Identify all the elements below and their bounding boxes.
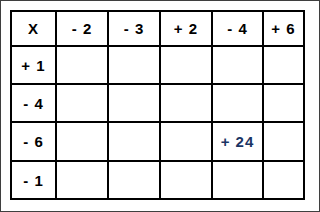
cell-r1c2[interactable]	[161, 85, 211, 121]
cell-r3c1[interactable]	[109, 162, 159, 198]
cell-r3c2[interactable]	[161, 162, 211, 198]
cell-r1c3[interactable]	[213, 85, 262, 121]
col-header-1: - 3	[109, 12, 159, 45]
row-header-1: - 4	[12, 85, 55, 121]
cell-r1c4[interactable]	[264, 85, 303, 121]
col-header-0: - 2	[57, 12, 107, 45]
cell-r0c1[interactable]	[109, 47, 159, 83]
cell-r0c3[interactable]	[213, 47, 262, 83]
cell-r3c4[interactable]	[264, 162, 303, 198]
cell-r3c0[interactable]	[57, 162, 107, 198]
row-header-3: - 1	[12, 162, 55, 198]
cell-r2c1[interactable]	[109, 123, 159, 160]
col-header-4: + 6	[264, 12, 303, 45]
operator-cell: X	[12, 12, 55, 45]
cell-r2c2[interactable]	[161, 123, 211, 160]
cell-r2c3[interactable]: + 24	[213, 123, 262, 160]
cell-r0c2[interactable]	[161, 47, 211, 83]
cell-r0c0[interactable]	[57, 47, 107, 83]
cell-r1c0[interactable]	[57, 85, 107, 121]
row-header-0: + 1	[12, 47, 55, 83]
cell-r2c4[interactable]	[264, 123, 303, 160]
col-header-2: + 2	[161, 12, 211, 45]
cell-r3c3[interactable]	[213, 162, 262, 198]
cell-r2c0[interactable]	[57, 123, 107, 160]
multiplication-table: X - 2 - 3 + 2 - 4 + 6 + 1 - 4 - 6 + 24 -…	[10, 10, 305, 200]
cell-r1c1[interactable]	[109, 85, 159, 121]
row-header-2: - 6	[12, 123, 55, 160]
worksheet-canvas: X - 2 - 3 + 2 - 4 + 6 + 1 - 4 - 6 + 24 -…	[0, 0, 320, 212]
col-header-3: - 4	[213, 12, 262, 45]
cell-r0c4[interactable]	[264, 47, 303, 83]
